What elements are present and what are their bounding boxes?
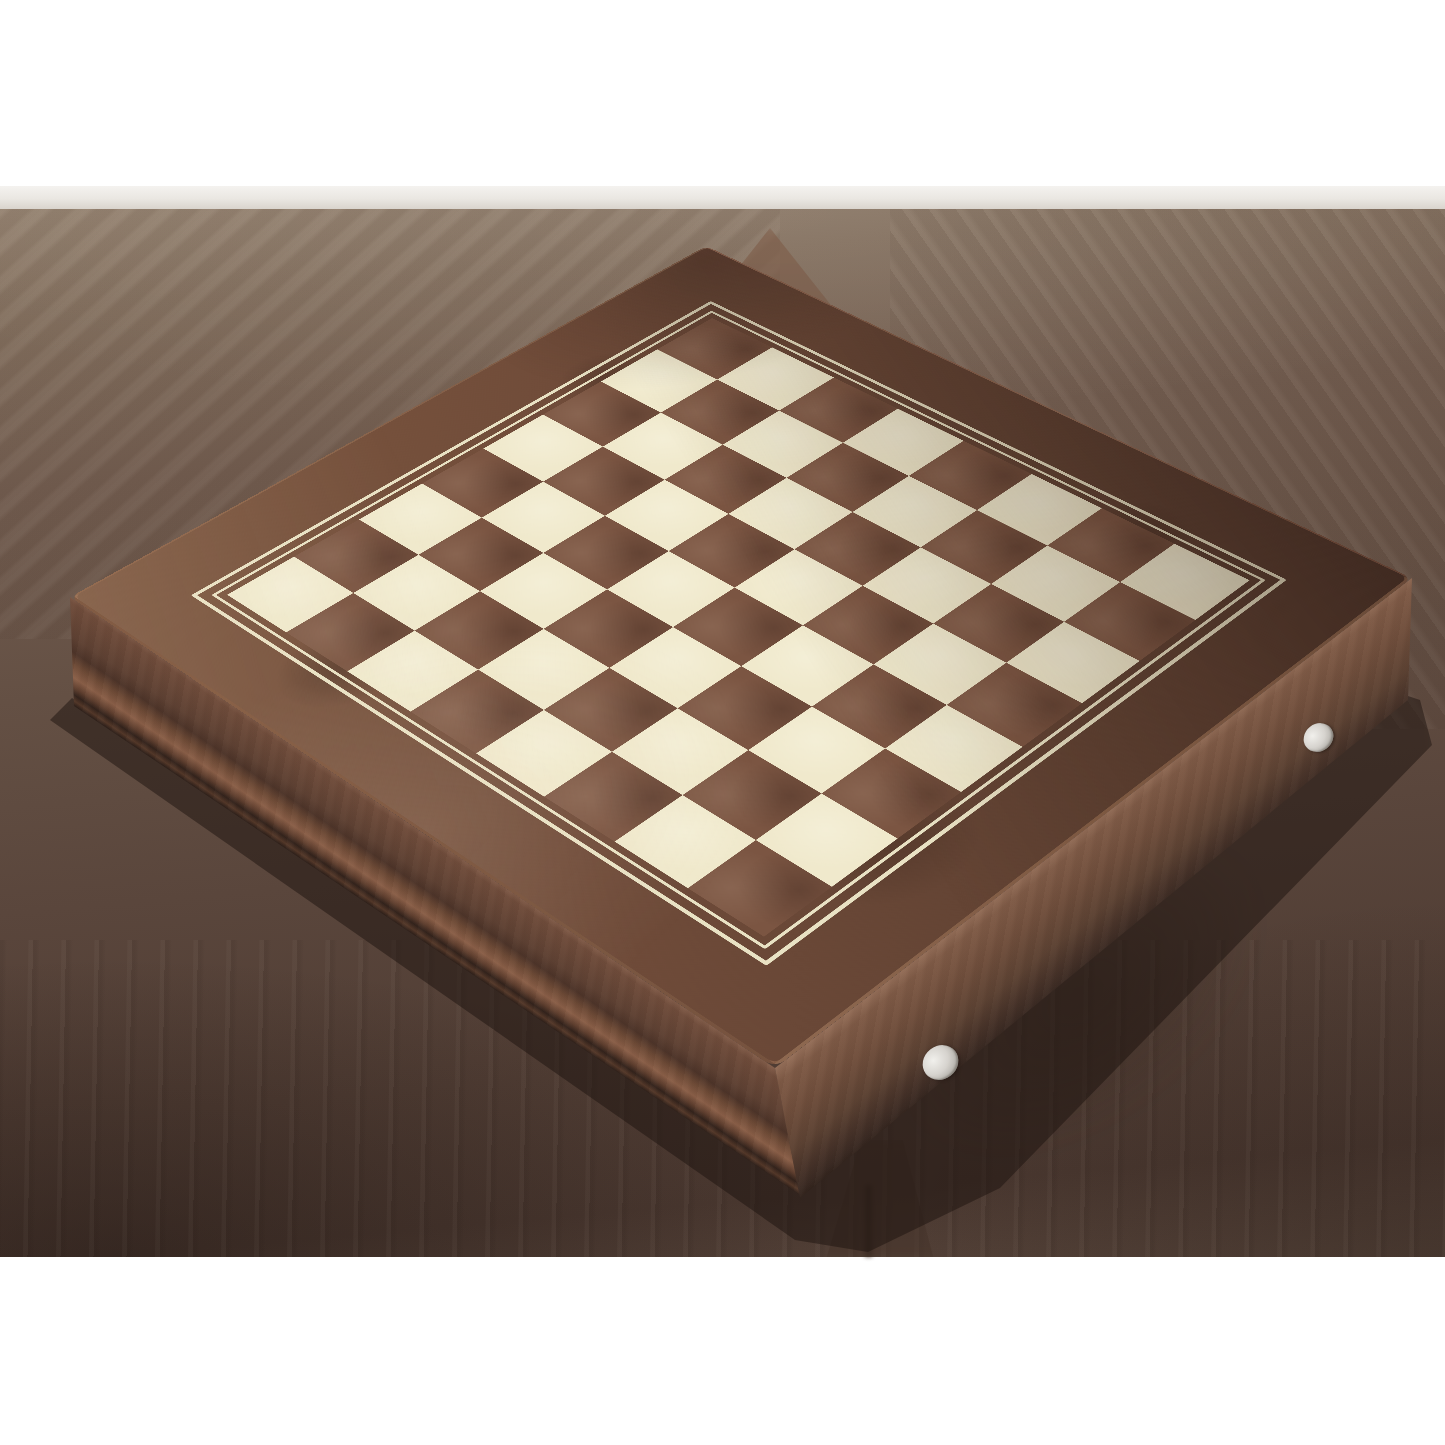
- background-wall-strip: [0, 186, 1445, 209]
- photo-scene: [0, 0, 1445, 1445]
